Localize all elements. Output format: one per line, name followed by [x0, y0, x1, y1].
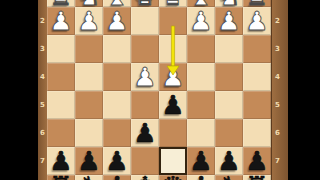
rank-label-7-left: 7	[38, 147, 47, 175]
black-pawn: ♟	[189, 147, 212, 175]
black-pawn: ♟	[49, 147, 72, 175]
rank-label-6-right: 6	[272, 119, 288, 147]
square-f6[interactable]	[103, 119, 131, 147]
square-a7[interactable]: ♟	[243, 147, 271, 175]
square-c1[interactable]: ♝	[187, 0, 215, 7]
white-pawn: ♟	[217, 7, 240, 35]
white-pawn: ♟	[189, 7, 212, 35]
square-b5[interactable]	[215, 91, 243, 119]
black-pawn: ♟	[161, 91, 184, 119]
square-h3[interactable]	[47, 35, 75, 63]
square-a5[interactable]	[243, 91, 271, 119]
square-g6[interactable]	[75, 119, 103, 147]
square-h6[interactable]	[47, 119, 75, 147]
square-f4[interactable]	[103, 63, 131, 91]
rank-label-1-left: 1	[38, 0, 47, 7]
rank-labels-right: 12345678	[271, 0, 288, 180]
rank-label-5-left: 5	[38, 91, 47, 119]
square-h5[interactable]	[47, 91, 75, 119]
square-a3[interactable]	[243, 35, 271, 63]
white-pawn: ♟	[245, 7, 268, 35]
square-d5[interactable]: ♟	[159, 91, 187, 119]
square-d1[interactable]: ♛	[159, 0, 187, 7]
square-e8[interactable]: ♚	[131, 175, 159, 180]
square-c7[interactable]: ♟	[187, 147, 215, 175]
chessboard: ♜♞♝♚♛♝♞♜♟♟♟♟♟♟♟♟♟♟♟♟♟♟♟♟♜♞♝♚♛♝♞♜	[47, 0, 271, 180]
square-f5[interactable]	[103, 91, 131, 119]
square-h1[interactable]: ♜	[47, 0, 75, 7]
square-d8[interactable]: ♛	[159, 175, 187, 180]
square-b1[interactable]: ♞	[215, 0, 243, 7]
square-d7[interactable]	[159, 147, 187, 175]
square-c3[interactable]	[187, 35, 215, 63]
rank-label-3-left: 3	[38, 35, 47, 63]
rank-label-8-left: 8	[38, 175, 47, 180]
square-g3[interactable]	[75, 35, 103, 63]
square-d2[interactable]	[159, 7, 187, 35]
rank-label-1-right: 1	[272, 0, 288, 7]
square-c2[interactable]: ♟	[187, 7, 215, 35]
rank-label-7-right: 7	[272, 147, 288, 175]
white-pawn: ♟	[77, 7, 100, 35]
rank-label-2-right: 2	[272, 7, 288, 35]
white-pawn: ♟	[161, 63, 184, 91]
square-a4[interactable]	[243, 63, 271, 91]
rank-label-8-right: 8	[272, 175, 288, 180]
square-d4[interactable]: ♟	[159, 63, 187, 91]
square-f1[interactable]: ♝	[103, 0, 131, 7]
rank-label-4-left: 4	[38, 63, 47, 91]
square-h2[interactable]: ♟	[47, 7, 75, 35]
square-e1[interactable]: ♚	[131, 0, 159, 7]
square-e3[interactable]	[131, 35, 159, 63]
square-f7[interactable]: ♟	[103, 147, 131, 175]
square-a6[interactable]	[243, 119, 271, 147]
square-c6[interactable]	[187, 119, 215, 147]
square-b2[interactable]: ♟	[215, 7, 243, 35]
white-pawn: ♟	[133, 63, 156, 91]
square-e6[interactable]: ♟	[131, 119, 159, 147]
rank-label-3-right: 3	[272, 35, 288, 63]
square-a2[interactable]: ♟	[243, 7, 271, 35]
square-h7[interactable]: ♟	[47, 147, 75, 175]
square-g8[interactable]: ♞	[75, 175, 103, 180]
square-f8[interactable]: ♝	[103, 175, 131, 180]
black-pawn: ♟	[105, 147, 128, 175]
square-b7[interactable]: ♟	[215, 147, 243, 175]
square-a1[interactable]: ♜	[243, 0, 271, 7]
rank-label-2-left: 2	[38, 7, 47, 35]
black-pawn: ♟	[77, 147, 100, 175]
black-pawn: ♟	[217, 147, 240, 175]
square-c8[interactable]: ♝	[187, 175, 215, 180]
square-f3[interactable]	[103, 35, 131, 63]
square-g4[interactable]	[75, 63, 103, 91]
square-b8[interactable]: ♞	[215, 175, 243, 180]
square-d6[interactable]	[159, 119, 187, 147]
black-pawn: ♟	[245, 147, 268, 175]
square-f2[interactable]: ♟	[103, 7, 131, 35]
square-g5[interactable]	[75, 91, 103, 119]
square-c4[interactable]	[187, 63, 215, 91]
square-g7[interactable]: ♟	[75, 147, 103, 175]
chess-video-frame: 12345678 ♜♞♝♚♛♝♞♜♟♟♟♟♟♟♟♟♟♟♟♟♟♟♟♟♜♞♝♚♛♝♞…	[0, 0, 320, 180]
black-pawn: ♟	[133, 119, 156, 147]
rank-label-6-left: 6	[38, 119, 47, 147]
square-g1[interactable]: ♞	[75, 0, 103, 7]
white-pawn: ♟	[49, 7, 72, 35]
square-h4[interactable]	[47, 63, 75, 91]
square-g2[interactable]: ♟	[75, 7, 103, 35]
square-h8[interactable]: ♜	[47, 175, 75, 180]
square-b4[interactable]	[215, 63, 243, 91]
square-e2[interactable]	[131, 7, 159, 35]
square-e4[interactable]: ♟	[131, 63, 159, 91]
square-a8[interactable]: ♜	[243, 175, 271, 180]
square-b6[interactable]	[215, 119, 243, 147]
square-d3[interactable]	[159, 35, 187, 63]
square-c5[interactable]	[187, 91, 215, 119]
square-e7[interactable]	[131, 147, 159, 175]
rank-label-4-right: 4	[272, 63, 288, 91]
square-b3[interactable]	[215, 35, 243, 63]
rank-label-5-right: 5	[272, 91, 288, 119]
square-e5[interactable]	[131, 91, 159, 119]
white-pawn: ♟	[105, 7, 128, 35]
